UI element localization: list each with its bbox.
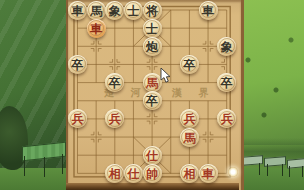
piece-black-soldier[interactable]: 卒 <box>180 55 199 74</box>
piece-black-soldier[interactable]: 卒 <box>143 91 162 110</box>
piece-black-chariot[interactable]: 車 <box>199 1 218 20</box>
piece-red-chariot[interactable]: 車 <box>87 19 106 38</box>
piece-red-elephant[interactable]: 相 <box>105 164 124 183</box>
glow-marker <box>228 167 238 177</box>
xiangqi-app-screenshot: 楚 河 漢 界 車馬象士将車車士炮象卒卒卒馬卒卒兵兵兵兵馬仕相仕帥相車 <box>0 0 304 190</box>
piece-red-advisor[interactable]: 仕 <box>124 164 143 183</box>
piece-red-general[interactable]: 帥 <box>143 164 162 183</box>
piece-black-soldier[interactable]: 卒 <box>68 55 87 74</box>
mouse-cursor-icon <box>160 68 172 84</box>
piece-black-elephant[interactable]: 象 <box>217 37 236 56</box>
piece-black-general[interactable]: 将 <box>143 1 162 20</box>
river-label-right: 漢 界 <box>172 86 216 100</box>
piece-black-advisor[interactable]: 士 <box>143 19 162 38</box>
piece-red-horse[interactable]: 馬 <box>143 73 162 92</box>
piece-red-elephant[interactable]: 相 <box>180 164 199 183</box>
piece-red-horse[interactable]: 馬 <box>180 128 199 147</box>
piece-black-elephant[interactable]: 象 <box>105 1 124 20</box>
piece-black-cannon[interactable]: 炮 <box>143 37 162 56</box>
piece-black-horse[interactable]: 馬 <box>87 1 106 20</box>
piece-black-chariot[interactable]: 車 <box>68 1 87 20</box>
piece-red-chariot[interactable]: 車 <box>199 164 218 183</box>
piece-black-advisor[interactable]: 士 <box>124 1 143 20</box>
piece-red-advisor[interactable]: 仕 <box>143 146 162 165</box>
